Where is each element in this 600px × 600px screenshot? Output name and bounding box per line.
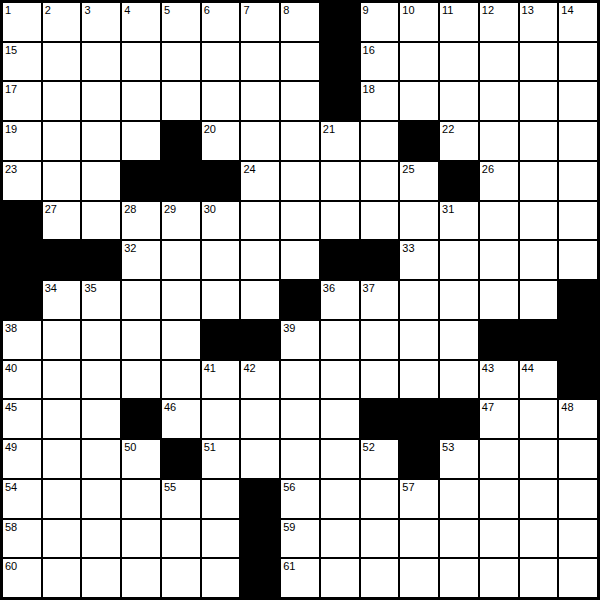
white-cell[interactable] [479, 201, 519, 241]
white-cell[interactable] [558, 439, 598, 479]
clue-number: 47 [482, 401, 494, 413]
white-cell[interactable]: 7 [240, 2, 280, 42]
white-cell[interactable] [121, 320, 161, 360]
clue-number: 25 [402, 163, 414, 175]
clue-number: 6 [204, 4, 210, 16]
white-cell[interactable]: 33 [399, 240, 439, 280]
white-cell[interactable]: 53 [439, 439, 479, 479]
block-cell [320, 240, 360, 280]
white-cell[interactable] [42, 81, 82, 121]
clue-number: 58 [5, 521, 17, 533]
white-cell[interactable]: 56 [280, 479, 320, 519]
block-cell [240, 519, 280, 559]
white-cell[interactable] [558, 201, 598, 241]
white-cell[interactable] [42, 479, 82, 519]
white-cell[interactable] [558, 121, 598, 161]
white-cell[interactable] [320, 558, 360, 598]
white-cell[interactable] [479, 439, 519, 479]
white-cell[interactable]: 14 [558, 2, 598, 42]
white-cell[interactable] [479, 558, 519, 598]
white-cell[interactable]: 5 [161, 2, 201, 42]
white-cell[interactable] [81, 479, 121, 519]
white-cell[interactable] [320, 161, 360, 201]
white-cell[interactable]: 17 [2, 81, 42, 121]
white-cell[interactable] [558, 81, 598, 121]
white-cell[interactable] [558, 42, 598, 82]
white-cell[interactable] [240, 399, 280, 439]
white-cell[interactable] [121, 519, 161, 559]
white-cell[interactable] [121, 280, 161, 320]
white-cell[interactable] [42, 439, 82, 479]
white-cell[interactable] [479, 240, 519, 280]
white-cell[interactable] [81, 360, 121, 400]
clue-number: 19 [5, 123, 17, 135]
clue-number: 45 [5, 401, 17, 413]
white-cell[interactable] [81, 320, 121, 360]
white-cell[interactable] [81, 399, 121, 439]
white-cell[interactable]: 8 [280, 2, 320, 42]
white-cell[interactable] [558, 240, 598, 280]
white-cell[interactable]: 35 [81, 280, 121, 320]
clue-number: 34 [45, 282, 57, 294]
clue-number: 40 [5, 362, 17, 374]
block-cell [558, 320, 598, 360]
white-cell[interactable] [201, 519, 241, 559]
clue-number: 30 [204, 203, 216, 215]
white-cell[interactable]: 18 [360, 81, 400, 121]
clue-number: 41 [204, 362, 216, 374]
white-cell[interactable] [360, 360, 400, 400]
white-cell[interactable] [280, 439, 320, 479]
white-cell[interactable] [42, 161, 82, 201]
white-cell[interactable] [519, 121, 559, 161]
white-cell[interactable] [360, 558, 400, 598]
clue-number: 57 [402, 481, 414, 493]
white-cell[interactable]: 42 [240, 360, 280, 400]
white-cell[interactable] [399, 280, 439, 320]
clue-number: 61 [283, 560, 295, 572]
white-cell[interactable] [399, 519, 439, 559]
white-cell[interactable] [81, 519, 121, 559]
block-cell [2, 201, 42, 241]
block-cell [320, 42, 360, 82]
white-cell[interactable]: 43 [479, 360, 519, 400]
block-cell [81, 240, 121, 280]
white-cell[interactable] [201, 240, 241, 280]
white-cell[interactable]: 59 [280, 519, 320, 559]
block-cell [42, 240, 82, 280]
block-cell [320, 81, 360, 121]
white-cell[interactable]: 24 [240, 161, 280, 201]
white-cell[interactable]: 10 [399, 2, 439, 42]
white-cell[interactable] [479, 479, 519, 519]
white-cell[interactable] [399, 320, 439, 360]
white-cell[interactable] [240, 81, 280, 121]
white-cell[interactable]: 34 [42, 280, 82, 320]
white-cell[interactable] [479, 81, 519, 121]
white-cell[interactable] [360, 479, 400, 519]
block-cell [479, 320, 519, 360]
clue-number: 56 [283, 481, 295, 493]
white-cell[interactable]: 32 [121, 240, 161, 280]
block-cell [240, 558, 280, 598]
white-cell[interactable]: 29 [161, 201, 201, 241]
white-cell[interactable] [81, 558, 121, 598]
white-cell[interactable] [558, 479, 598, 519]
white-cell[interactable] [519, 161, 559, 201]
clue-number: 31 [442, 203, 454, 215]
white-cell[interactable] [280, 201, 320, 241]
white-cell[interactable]: 40 [2, 360, 42, 400]
white-cell[interactable] [479, 121, 519, 161]
white-cell[interactable] [240, 280, 280, 320]
white-cell[interactable] [280, 81, 320, 121]
block-cell [558, 280, 598, 320]
white-cell[interactable] [479, 42, 519, 82]
white-cell[interactable] [280, 121, 320, 161]
block-cell [121, 161, 161, 201]
block-cell [320, 2, 360, 42]
block-cell [121, 399, 161, 439]
clue-number: 49 [5, 441, 17, 453]
block-cell [2, 280, 42, 320]
white-cell[interactable] [320, 519, 360, 559]
white-cell[interactable] [519, 81, 559, 121]
white-cell[interactable]: 1 [2, 2, 42, 42]
white-cell[interactable]: 2 [42, 2, 82, 42]
white-cell[interactable] [201, 558, 241, 598]
white-cell[interactable]: 27 [42, 201, 82, 241]
white-cell[interactable] [558, 558, 598, 598]
white-cell[interactable]: 13 [519, 2, 559, 42]
white-cell[interactable] [439, 479, 479, 519]
clue-number: 17 [5, 83, 17, 95]
white-cell[interactable]: 26 [479, 161, 519, 201]
clue-number: 1 [5, 4, 11, 16]
white-cell[interactable]: 44 [519, 360, 559, 400]
white-cell[interactable] [42, 558, 82, 598]
white-cell[interactable]: 41 [201, 360, 241, 400]
white-cell[interactable] [439, 519, 479, 559]
clue-number: 4 [124, 4, 130, 16]
white-cell[interactable]: 61 [280, 558, 320, 598]
clue-number: 2 [45, 4, 51, 16]
white-cell[interactable] [439, 280, 479, 320]
white-cell[interactable]: 38 [2, 320, 42, 360]
white-cell[interactable] [280, 360, 320, 400]
white-cell[interactable]: 37 [360, 280, 400, 320]
block-cell [280, 280, 320, 320]
white-cell[interactable] [519, 42, 559, 82]
white-cell[interactable] [81, 42, 121, 82]
white-cell[interactable] [201, 479, 241, 519]
white-cell[interactable] [558, 161, 598, 201]
white-cell[interactable] [399, 201, 439, 241]
clue-number: 55 [164, 481, 176, 493]
white-cell[interactable] [519, 479, 559, 519]
clue-number: 48 [561, 401, 573, 413]
white-cell[interactable]: 47 [479, 399, 519, 439]
clue-number: 11 [442, 4, 453, 16]
white-cell[interactable] [121, 42, 161, 82]
block-cell [439, 161, 479, 201]
white-cell[interactable] [399, 360, 439, 400]
white-cell[interactable]: 23 [2, 161, 42, 201]
white-cell[interactable] [240, 121, 280, 161]
clue-number: 3 [84, 4, 90, 16]
white-cell[interactable] [399, 42, 439, 82]
white-cell[interactable]: 28 [121, 201, 161, 241]
white-cell[interactable]: 15 [2, 42, 42, 82]
block-cell [439, 399, 479, 439]
block-cell [161, 439, 201, 479]
white-cell[interactable]: 48 [558, 399, 598, 439]
block-cell [240, 320, 280, 360]
white-cell[interactable]: 58 [2, 519, 42, 559]
clue-number: 59 [283, 521, 295, 533]
block-cell [519, 320, 559, 360]
white-cell[interactable] [42, 42, 82, 82]
clue-number: 42 [243, 362, 255, 374]
white-cell[interactable]: 50 [121, 439, 161, 479]
clue-number: 36 [323, 282, 335, 294]
white-cell[interactable] [121, 81, 161, 121]
clue-number: 12 [482, 4, 494, 16]
white-cell[interactable] [121, 479, 161, 519]
white-cell[interactable] [42, 320, 82, 360]
white-cell[interactable] [360, 320, 400, 360]
clue-number: 35 [84, 282, 96, 294]
white-cell[interactable]: 55 [161, 479, 201, 519]
clue-number: 44 [522, 362, 534, 374]
white-cell[interactable] [479, 519, 519, 559]
white-cell[interactable] [161, 519, 201, 559]
clue-number: 16 [363, 44, 375, 56]
clue-number: 52 [363, 441, 375, 453]
white-cell[interactable] [81, 201, 121, 241]
white-cell[interactable] [161, 42, 201, 82]
crossword-grid: 1234567891011121314151617181920212223242… [0, 0, 600, 600]
white-cell[interactable] [439, 360, 479, 400]
clue-number: 24 [243, 163, 255, 175]
clue-number: 22 [442, 123, 454, 135]
white-cell[interactable]: 57 [399, 479, 439, 519]
white-cell[interactable] [201, 280, 241, 320]
white-cell[interactable] [439, 240, 479, 280]
white-cell[interactable]: 52 [360, 439, 400, 479]
white-cell[interactable] [479, 280, 519, 320]
white-cell[interactable] [201, 81, 241, 121]
white-cell[interactable] [42, 121, 82, 161]
white-cell[interactable] [201, 399, 241, 439]
white-cell[interactable] [519, 240, 559, 280]
white-cell[interactable] [240, 240, 280, 280]
clue-number: 37 [363, 282, 375, 294]
clue-number: 14 [561, 4, 573, 16]
white-cell[interactable]: 45 [2, 399, 42, 439]
white-cell[interactable]: 39 [280, 320, 320, 360]
clue-number: 28 [124, 203, 136, 215]
white-cell[interactable] [360, 161, 400, 201]
white-cell[interactable] [240, 201, 280, 241]
white-cell[interactable] [280, 161, 320, 201]
clue-number: 46 [164, 401, 176, 413]
clue-number: 60 [5, 560, 17, 572]
white-cell[interactable] [320, 360, 360, 400]
block-cell [399, 121, 439, 161]
white-cell[interactable] [519, 439, 559, 479]
white-cell[interactable] [81, 81, 121, 121]
white-cell[interactable]: 46 [161, 399, 201, 439]
white-cell[interactable] [161, 360, 201, 400]
white-cell[interactable]: 6 [201, 2, 241, 42]
white-cell[interactable] [519, 201, 559, 241]
block-cell [161, 161, 201, 201]
white-cell[interactable] [161, 558, 201, 598]
white-cell[interactable]: 22 [439, 121, 479, 161]
white-cell[interactable] [42, 399, 82, 439]
white-cell[interactable]: 54 [2, 479, 42, 519]
clue-number: 38 [5, 322, 17, 334]
block-cell [399, 439, 439, 479]
clue-number: 32 [124, 242, 136, 254]
white-cell[interactable] [121, 121, 161, 161]
white-cell[interactable]: 49 [2, 439, 42, 479]
white-cell[interactable] [519, 280, 559, 320]
white-cell[interactable]: 9 [360, 2, 400, 42]
white-cell[interactable] [439, 320, 479, 360]
white-cell[interactable] [81, 161, 121, 201]
clue-number: 21 [323, 123, 335, 135]
block-cell [2, 240, 42, 280]
block-cell [360, 399, 400, 439]
clue-number: 39 [283, 322, 295, 334]
clue-number: 20 [204, 123, 216, 135]
white-cell[interactable] [360, 519, 400, 559]
clue-number: 27 [45, 203, 57, 215]
white-cell[interactable]: 31 [439, 201, 479, 241]
white-cell[interactable]: 30 [201, 201, 241, 241]
white-cell[interactable]: 51 [201, 439, 241, 479]
white-cell[interactable]: 11 [439, 2, 479, 42]
block-cell [161, 121, 201, 161]
clue-number: 9 [363, 4, 369, 16]
white-cell[interactable] [240, 439, 280, 479]
clue-number: 29 [164, 203, 176, 215]
white-cell[interactable] [280, 399, 320, 439]
clue-number: 18 [363, 83, 375, 95]
block-cell [360, 240, 400, 280]
white-cell[interactable] [519, 519, 559, 559]
clue-number: 43 [482, 362, 494, 374]
white-cell[interactable]: 60 [2, 558, 42, 598]
white-cell[interactable]: 12 [479, 2, 519, 42]
block-cell [201, 161, 241, 201]
white-cell[interactable] [161, 320, 201, 360]
white-cell[interactable] [320, 399, 360, 439]
white-cell[interactable]: 20 [201, 121, 241, 161]
white-cell[interactable] [399, 81, 439, 121]
white-cell[interactable] [320, 439, 360, 479]
white-cell[interactable] [42, 360, 82, 400]
white-cell[interactable] [439, 558, 479, 598]
white-cell[interactable] [558, 519, 598, 559]
white-cell[interactable] [439, 42, 479, 82]
white-cell[interactable]: 4 [121, 2, 161, 42]
white-cell[interactable] [240, 42, 280, 82]
white-cell[interactable]: 36 [320, 280, 360, 320]
clue-number: 7 [243, 4, 249, 16]
white-cell[interactable] [519, 558, 559, 598]
white-cell[interactable] [81, 121, 121, 161]
white-cell[interactable]: 16 [360, 42, 400, 82]
clue-number: 15 [5, 44, 17, 56]
white-cell[interactable] [320, 201, 360, 241]
clue-number: 23 [5, 163, 17, 175]
clue-number: 13 [522, 4, 534, 16]
white-cell[interactable] [161, 240, 201, 280]
white-cell[interactable] [360, 121, 400, 161]
clue-number: 33 [402, 242, 414, 254]
clue-number: 26 [482, 163, 494, 175]
white-cell[interactable]: 25 [399, 161, 439, 201]
block-cell [201, 320, 241, 360]
white-cell[interactable] [320, 320, 360, 360]
white-cell[interactable] [161, 81, 201, 121]
white-cell[interactable] [121, 558, 161, 598]
white-cell[interactable] [280, 42, 320, 82]
white-cell[interactable] [42, 519, 82, 559]
block-cell [399, 399, 439, 439]
white-cell[interactable]: 21 [320, 121, 360, 161]
clue-number: 10 [402, 4, 414, 16]
white-cell[interactable] [161, 280, 201, 320]
white-cell[interactable] [399, 558, 439, 598]
white-cell[interactable] [519, 399, 559, 439]
white-cell[interactable] [439, 81, 479, 121]
block-cell [240, 479, 280, 519]
white-cell[interactable] [280, 240, 320, 280]
clue-number: 50 [124, 441, 136, 453]
clue-number: 54 [5, 481, 17, 493]
clue-number: 53 [442, 441, 454, 453]
white-cell[interactable] [360, 201, 400, 241]
clue-number: 5 [164, 4, 170, 16]
white-cell[interactable] [81, 439, 121, 479]
white-cell[interactable] [201, 42, 241, 82]
white-cell[interactable] [320, 479, 360, 519]
clue-number: 51 [204, 441, 216, 453]
white-cell[interactable] [121, 360, 161, 400]
white-cell[interactable]: 19 [2, 121, 42, 161]
clue-number: 8 [283, 4, 289, 16]
block-cell [558, 360, 598, 400]
white-cell[interactable]: 3 [81, 2, 121, 42]
